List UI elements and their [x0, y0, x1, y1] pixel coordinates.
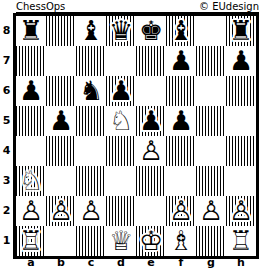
white-pawn: ♙ — [79, 196, 103, 226]
square-e3[interactable] — [136, 166, 166, 196]
square-g7[interactable] — [196, 46, 226, 76]
black-bishop: ♝ — [169, 16, 193, 46]
square-a5[interactable] — [16, 106, 46, 136]
file-label-c: c — [76, 257, 106, 269]
file-label-a: a — [16, 257, 46, 269]
square-b6[interactable] — [46, 76, 76, 106]
white-pawn: ♙ — [139, 136, 163, 166]
square-c3[interactable] — [76, 166, 106, 196]
square-f2[interactable]: ♙ — [166, 196, 196, 226]
chessops-window: ChessOps © EUdesign 87654321 ♜♝♛♚♝♜♟♟♟♞♟… — [0, 0, 270, 270]
header: ChessOps © EUdesign — [16, 0, 259, 13]
square-g2[interactable]: ♙ — [196, 196, 226, 226]
rank-label-1: 1 — [0, 226, 13, 256]
black-king: ♚ — [139, 16, 163, 46]
square-h5[interactable] — [226, 106, 256, 136]
square-b2[interactable]: ♙ — [46, 196, 76, 226]
square-h1[interactable]: ♖ — [226, 226, 256, 256]
square-e4[interactable]: ♙ — [136, 136, 166, 166]
square-e8[interactable]: ♚ — [136, 16, 166, 46]
square-c1[interactable] — [76, 226, 106, 256]
rank-label-2: 2 — [0, 196, 13, 226]
file-label-d: d — [106, 257, 136, 269]
file-labels: abcdefgh — [16, 257, 256, 269]
square-h3[interactable] — [226, 166, 256, 196]
rank-label-3: 3 — [0, 166, 13, 196]
copyright-credit: © EUdesign — [199, 1, 259, 12]
rank-label-7: 7 — [0, 46, 13, 76]
black-bishop: ♝ — [79, 16, 103, 46]
square-g5[interactable] — [196, 106, 226, 136]
white-pawn: ♙ — [49, 196, 73, 226]
square-e7[interactable] — [136, 46, 166, 76]
rank-labels: 87654321 — [0, 16, 13, 256]
square-f4[interactable] — [166, 136, 196, 166]
square-d2[interactable] — [106, 196, 136, 226]
black-rook: ♜ — [229, 16, 253, 46]
black-knight: ♞ — [79, 76, 103, 106]
square-d8[interactable]: ♛ — [106, 16, 136, 46]
square-h2[interactable]: ♙ — [226, 196, 256, 226]
white-queen: ♕ — [109, 226, 133, 256]
square-a3[interactable]: ♘ — [16, 166, 46, 196]
square-f7[interactable]: ♟ — [166, 46, 196, 76]
black-pawn: ♟ — [169, 46, 193, 76]
square-e2[interactable] — [136, 196, 166, 226]
square-g4[interactable] — [196, 136, 226, 166]
square-d3[interactable] — [106, 166, 136, 196]
square-a6[interactable]: ♟ — [16, 76, 46, 106]
file-label-f: f — [166, 257, 196, 269]
square-h8[interactable]: ♜ — [226, 16, 256, 46]
square-g6[interactable] — [196, 76, 226, 106]
file-label-e: e — [136, 257, 166, 269]
square-b7[interactable] — [46, 46, 76, 76]
square-c8[interactable]: ♝ — [76, 16, 106, 46]
square-d4[interactable] — [106, 136, 136, 166]
square-b4[interactable] — [46, 136, 76, 166]
square-e5[interactable]: ♟ — [136, 106, 166, 136]
square-c7[interactable] — [76, 46, 106, 76]
square-a7[interactable] — [16, 46, 46, 76]
black-pawn: ♟ — [49, 106, 73, 136]
square-d5[interactable]: ♘ — [106, 106, 136, 136]
square-d7[interactable] — [106, 46, 136, 76]
square-e6[interactable] — [136, 76, 166, 106]
black-rook: ♜ — [19, 16, 43, 46]
white-king: ♔ — [139, 226, 163, 256]
file-label-g: g — [196, 257, 226, 269]
white-knight: ♘ — [109, 106, 133, 136]
square-a4[interactable] — [16, 136, 46, 166]
square-h6[interactable] — [226, 76, 256, 106]
white-rook: ♖ — [19, 226, 43, 256]
square-f6[interactable] — [166, 76, 196, 106]
square-g3[interactable] — [196, 166, 226, 196]
square-a1[interactable]: ♖ — [16, 226, 46, 256]
rank-label-4: 4 — [0, 136, 13, 166]
square-b5[interactable]: ♟ — [46, 106, 76, 136]
square-f8[interactable]: ♝ — [166, 16, 196, 46]
square-d1[interactable]: ♕ — [106, 226, 136, 256]
black-pawn: ♟ — [19, 76, 43, 106]
black-pawn: ♟ — [139, 106, 163, 136]
square-b3[interactable] — [46, 166, 76, 196]
square-b1[interactable] — [46, 226, 76, 256]
rank-label-6: 6 — [0, 76, 13, 106]
square-a2[interactable]: ♙ — [16, 196, 46, 226]
white-pawn: ♙ — [229, 196, 253, 226]
rank-label-8: 8 — [0, 16, 13, 46]
white-pawn: ♙ — [19, 196, 43, 226]
square-f3[interactable] — [166, 166, 196, 196]
square-e1[interactable]: ♔ — [136, 226, 166, 256]
rank-label-5: 5 — [0, 106, 13, 136]
black-pawn: ♟ — [169, 106, 193, 136]
white-pawn: ♙ — [169, 196, 193, 226]
board-frame: ♜♝♛♚♝♜♟♟♟♞♟♟♘♟♟♙♘♙♙♙♙♙♙♖♕♔♗♖ — [13, 13, 259, 259]
square-c5[interactable] — [76, 106, 106, 136]
white-rook: ♖ — [229, 226, 253, 256]
black-queen: ♛ — [109, 16, 133, 46]
black-pawn: ♟ — [109, 76, 133, 106]
square-h4[interactable] — [226, 136, 256, 166]
white-knight: ♘ — [19, 166, 43, 196]
file-label-h: h — [226, 257, 256, 269]
square-b8[interactable] — [46, 16, 76, 46]
square-g1[interactable] — [196, 226, 226, 256]
app-title: ChessOps — [16, 1, 65, 12]
white-pawn: ♙ — [199, 196, 223, 226]
square-f1[interactable]: ♗ — [166, 226, 196, 256]
square-h7[interactable]: ♟ — [226, 46, 256, 76]
square-c6[interactable]: ♞ — [76, 76, 106, 106]
square-a8[interactable]: ♜ — [16, 16, 46, 46]
square-d6[interactable]: ♟ — [106, 76, 136, 106]
square-c2[interactable]: ♙ — [76, 196, 106, 226]
square-g8[interactable] — [196, 16, 226, 46]
black-pawn: ♟ — [229, 46, 253, 76]
board: ♜♝♛♚♝♜♟♟♟♞♟♟♘♟♟♙♘♙♙♙♙♙♙♖♕♔♗♖ — [16, 16, 256, 256]
file-label-b: b — [46, 257, 76, 269]
white-bishop: ♗ — [169, 226, 193, 256]
square-f5[interactable]: ♟ — [166, 106, 196, 136]
square-c4[interactable] — [76, 136, 106, 166]
